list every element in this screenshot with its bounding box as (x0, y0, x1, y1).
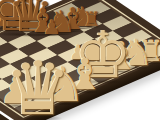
piece-dark-pawn[interactable]: ♟ (43, 17, 61, 37)
pieces-layer: ♝♚♛♝♟♞♝♞♜♟♛♞♝♟♚♝♞♜ (0, 0, 160, 120)
chess-set-photo: ♝♚♛♝♟♞♝♞♜♟♛♞♝♟♚♝♞♜ (0, 0, 160, 120)
piece-light-queen[interactable]: ♛ (5, 51, 71, 120)
